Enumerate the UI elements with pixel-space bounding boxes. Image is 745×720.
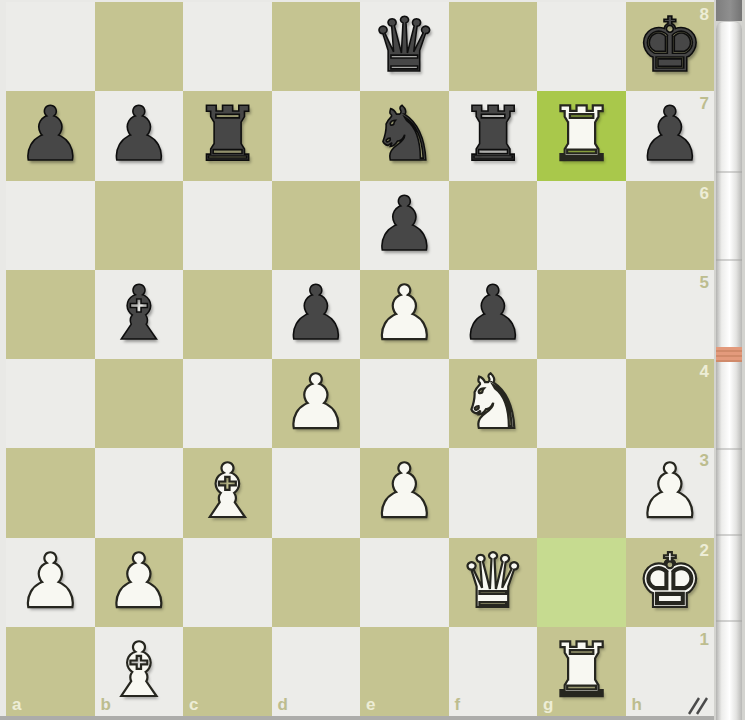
square-e8[interactable]: ♛ [360,2,449,91]
square-h8[interactable]: ♚8 [626,2,715,91]
piece-black-knight[interactable]: ♞ [371,97,438,172]
piece-black-pawn[interactable]: ♟ [17,97,84,172]
right-scrollbar [714,0,745,720]
piece-black-queen[interactable]: ♛ [371,8,438,83]
square-a3[interactable] [6,448,95,537]
square-a4[interactable] [6,359,95,448]
square-h4[interactable]: 4 [626,359,715,448]
piece-black-pawn[interactable]: ♟ [459,276,526,351]
file-label-g: g [543,696,553,713]
scrollbar-thumb[interactable] [716,21,742,720]
window-bottom-edge [0,716,714,720]
square-b8[interactable] [95,2,184,91]
square-d4[interactable]: ♟ [272,359,361,448]
file-label-f: f [455,696,461,713]
piece-white-king[interactable]: ♚ [636,544,703,619]
square-d1[interactable]: d [272,627,361,716]
chess-board: ♛♚8♟♟♜♞♜♜♟7♟6♝♟♟♟5♟♞4♝♟♟3♟♟♛♚2a♝bcdef♜g1… [6,2,714,716]
eval-marker [716,347,742,362]
square-b6[interactable] [95,181,184,270]
piece-black-king[interactable]: ♚ [636,8,703,83]
square-f1[interactable]: f [449,627,538,716]
piece-white-pawn[interactable]: ♟ [105,544,172,619]
square-e6[interactable]: ♟ [360,181,449,270]
square-e4[interactable] [360,359,449,448]
square-d5[interactable]: ♟ [272,270,361,359]
square-e3[interactable]: ♟ [360,448,449,537]
square-f8[interactable] [449,2,538,91]
file-label-e: e [366,696,375,713]
square-a6[interactable] [6,181,95,270]
scrollbar-separator [716,620,742,622]
square-b3[interactable] [95,448,184,537]
square-c7[interactable]: ♜ [183,91,272,180]
rank-label-2: 2 [700,542,709,559]
square-g1[interactable]: ♜g [537,627,626,716]
rank-label-4: 4 [700,363,709,380]
rank-label-5: 5 [700,274,709,291]
square-h3[interactable]: ♟3 [626,448,715,537]
square-f3[interactable] [449,448,538,537]
square-e5[interactable]: ♟ [360,270,449,359]
resize-handle-icon[interactable] [686,694,712,716]
file-label-d: d [278,696,288,713]
square-a8[interactable] [6,2,95,91]
rank-label-1: 1 [700,631,709,648]
file-label-a: a [12,696,21,713]
piece-black-rook[interactable]: ♜ [459,97,526,172]
scrollbar-top-cap[interactable] [716,0,742,21]
square-h5[interactable]: 5 [626,270,715,359]
rank-label-3: 3 [700,452,709,469]
file-label-c: c [189,696,198,713]
square-a7[interactable]: ♟ [6,91,95,180]
square-f4[interactable]: ♞ [449,359,538,448]
square-e2[interactable] [360,538,449,627]
square-d8[interactable] [272,2,361,91]
piece-white-queen[interactable]: ♛ [459,544,526,619]
square-c6[interactable] [183,181,272,270]
square-c8[interactable] [183,2,272,91]
square-b5[interactable]: ♝ [95,270,184,359]
piece-white-rook[interactable]: ♜ [548,633,615,708]
square-b2[interactable]: ♟ [95,538,184,627]
square-c4[interactable] [183,359,272,448]
square-c2[interactable] [183,538,272,627]
square-h7[interactable]: ♟7 [626,91,715,180]
scrollbar-separator [716,448,742,450]
file-label-h: h [632,696,642,713]
square-g6[interactable] [537,181,626,270]
rank-label-8: 8 [700,6,709,23]
square-g3[interactable] [537,448,626,537]
square-a2[interactable]: ♟ [6,538,95,627]
square-g4[interactable] [537,359,626,448]
square-d6[interactable] [272,181,361,270]
square-g5[interactable] [537,270,626,359]
piece-white-pawn[interactable]: ♟ [636,454,703,529]
square-f2[interactable]: ♛ [449,538,538,627]
piece-white-rook[interactable]: ♜ [548,97,615,172]
file-label-b: b [101,696,111,713]
square-g7[interactable]: ♜ [537,91,626,180]
piece-white-pawn[interactable]: ♟ [17,544,84,619]
square-d3[interactable] [272,448,361,537]
square-a5[interactable] [6,270,95,359]
scrollbar-separator [716,259,742,261]
square-e1[interactable]: e [360,627,449,716]
square-b7[interactable]: ♟ [95,91,184,180]
piece-black-bishop[interactable]: ♝ [105,276,172,351]
rank-label-7: 7 [700,95,709,112]
square-b1[interactable]: ♝b [95,627,184,716]
piece-white-knight[interactable]: ♞ [459,365,526,440]
piece-white-bishop[interactable]: ♝ [194,454,261,529]
piece-black-pawn[interactable]: ♟ [282,276,349,351]
square-c5[interactable] [183,270,272,359]
square-d2[interactable] [272,538,361,627]
square-f5[interactable]: ♟ [449,270,538,359]
piece-black-pawn[interactable]: ♟ [105,97,172,172]
scrollbar-separator [716,171,742,173]
square-a1[interactable]: a [6,627,95,716]
rank-label-6: 6 [700,185,709,202]
piece-black-pawn[interactable]: ♟ [371,187,438,262]
square-e7[interactable]: ♞ [360,91,449,180]
piece-black-pawn[interactable]: ♟ [636,97,703,172]
piece-black-rook[interactable]: ♜ [194,97,261,172]
scrollbar-separator [716,534,742,536]
piece-white-pawn[interactable]: ♟ [371,454,438,529]
square-h2[interactable]: ♚2 [626,538,715,627]
square-b4[interactable] [95,359,184,448]
square-g8[interactable] [537,2,626,91]
piece-white-bishop[interactable]: ♝ [105,633,172,708]
square-d7[interactable] [272,91,361,180]
square-f7[interactable]: ♜ [449,91,538,180]
piece-white-pawn[interactable]: ♟ [371,276,438,351]
square-f6[interactable] [449,181,538,270]
square-c3[interactable]: ♝ [183,448,272,537]
piece-white-pawn[interactable]: ♟ [282,365,349,440]
square-h6[interactable]: 6 [626,181,715,270]
square-c1[interactable]: c [183,627,272,716]
square-g2[interactable] [537,538,626,627]
